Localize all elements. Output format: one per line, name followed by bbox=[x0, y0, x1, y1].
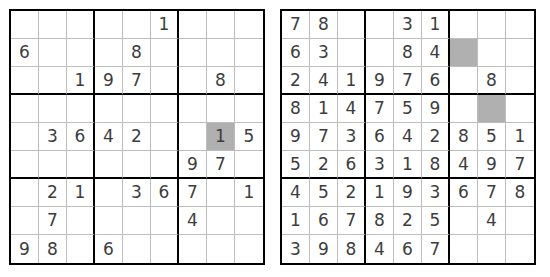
right-cell-r9c3[interactable]: 8 bbox=[338, 235, 366, 263]
right-cell-r3c8[interactable]: 8 bbox=[478, 67, 506, 95]
left-cell-r7c5[interactable]: 3 bbox=[123, 179, 151, 207]
right-cell-r7c1[interactable]: 4 bbox=[282, 179, 310, 207]
right-cell-r1c7[interactable] bbox=[450, 11, 478, 39]
left-cell-r5c5[interactable]: 2 bbox=[123, 123, 151, 151]
left-cell-r9c2[interactable]: 8 bbox=[39, 235, 67, 263]
right-cell-r1c6[interactable]: 1 bbox=[422, 11, 450, 39]
right-cell-r4c2[interactable]: 1 bbox=[310, 95, 338, 123]
right-cell-r1c4[interactable] bbox=[366, 11, 394, 39]
left-cell-r1c5[interactable] bbox=[123, 11, 151, 39]
right-cell-r5c2[interactable]: 7 bbox=[310, 123, 338, 151]
left-cell-r6c9[interactable] bbox=[235, 151, 263, 179]
right-cell-r2c2[interactable]: 3 bbox=[310, 39, 338, 67]
right-cell-r5c8[interactable]: 5 bbox=[478, 123, 506, 151]
right-cell-r6c1[interactable]: 5 bbox=[282, 151, 310, 179]
right-cell-r3c7[interactable] bbox=[450, 67, 478, 95]
right-cell-r3c1[interactable]: 2 bbox=[282, 67, 310, 95]
right-cell-r6c9[interactable]: 7 bbox=[506, 151, 534, 179]
left-cell-r2c6[interactable] bbox=[151, 39, 179, 67]
left-cell-r8c2[interactable]: 7 bbox=[39, 207, 67, 235]
right-cell-r9c8[interactable] bbox=[478, 235, 506, 263]
right-cell-r4c4[interactable]: 7 bbox=[366, 95, 394, 123]
left-cell-r1c3[interactable] bbox=[67, 11, 95, 39]
right-cell-r4c6[interactable]: 9 bbox=[422, 95, 450, 123]
left-cell-r7c8[interactable] bbox=[207, 179, 235, 207]
left-cell-r9c5[interactable] bbox=[123, 235, 151, 263]
right-cell-r4c1[interactable]: 8 bbox=[282, 95, 310, 123]
left-cell-r9c4[interactable]: 6 bbox=[95, 235, 123, 263]
right-cell-r1c8[interactable] bbox=[478, 11, 506, 39]
left-cell-r8c1[interactable] bbox=[11, 207, 39, 235]
left-cell-r7c7[interactable]: 7 bbox=[179, 179, 207, 207]
right-cell-r7c4[interactable]: 1 bbox=[366, 179, 394, 207]
left-cell-r1c6[interactable]: 1 bbox=[151, 11, 179, 39]
left-cell-r2c8[interactable] bbox=[207, 39, 235, 67]
left-cell-r5c4[interactable]: 4 bbox=[95, 123, 123, 151]
right-cell-r7c3[interactable]: 2 bbox=[338, 179, 366, 207]
left-cell-r8c8[interactable] bbox=[207, 207, 235, 235]
right-cell-r8c9[interactable] bbox=[506, 207, 534, 235]
left-cell-r5c8[interactable]: 1 bbox=[207, 123, 235, 151]
left-cell-r3c9[interactable] bbox=[235, 67, 263, 95]
left-cell-r6c3[interactable] bbox=[67, 151, 95, 179]
right-cell-r1c3[interactable] bbox=[338, 11, 366, 39]
right-cell-r3c5[interactable]: 7 bbox=[394, 67, 422, 95]
right-cell-r6c8[interactable]: 9 bbox=[478, 151, 506, 179]
right-cell-r5c5[interactable]: 4 bbox=[394, 123, 422, 151]
right-cell-r2c9[interactable] bbox=[506, 39, 534, 67]
right-cell-r2c1[interactable]: 6 bbox=[282, 39, 310, 67]
right-cell-r8c8[interactable]: 4 bbox=[478, 207, 506, 235]
left-cell-r9c8[interactable] bbox=[207, 235, 235, 263]
left-cell-r2c4[interactable] bbox=[95, 39, 123, 67]
left-cell-r4c9[interactable] bbox=[235, 95, 263, 123]
left-cell-r1c8[interactable] bbox=[207, 11, 235, 39]
left-cell-r8c9[interactable] bbox=[235, 207, 263, 235]
left-cell-r2c7[interactable] bbox=[179, 39, 207, 67]
right-cell-r7c8[interactable]: 7 bbox=[478, 179, 506, 207]
right-cell-r3c6[interactable]: 6 bbox=[422, 67, 450, 95]
left-cell-r7c4[interactable] bbox=[95, 179, 123, 207]
left-cell-r4c3[interactable] bbox=[67, 95, 95, 123]
right-cell-r1c5[interactable]: 3 bbox=[394, 11, 422, 39]
right-cell-r7c7[interactable]: 6 bbox=[450, 179, 478, 207]
right-cell-r6c3[interactable]: 6 bbox=[338, 151, 366, 179]
right-cell-r6c4[interactable]: 3 bbox=[366, 151, 394, 179]
right-cell-r2c5[interactable]: 8 bbox=[394, 39, 422, 67]
right-cell-r1c9[interactable] bbox=[506, 11, 534, 39]
left-cell-r7c9[interactable]: 1 bbox=[235, 179, 263, 207]
right-cell-r2c3[interactable] bbox=[338, 39, 366, 67]
left-cell-r3c4[interactable]: 9 bbox=[95, 67, 123, 95]
right-cell-r3c3[interactable]: 1 bbox=[338, 67, 366, 95]
right-cell-r7c5[interactable]: 9 bbox=[394, 179, 422, 207]
right-cell-r5c7[interactable]: 8 bbox=[450, 123, 478, 151]
right-cell-r9c9[interactable] bbox=[506, 235, 534, 263]
left-cell-r7c6[interactable]: 6 bbox=[151, 179, 179, 207]
right-cell-r2c7[interactable] bbox=[450, 39, 478, 67]
right-cell-r3c9[interactable] bbox=[506, 67, 534, 95]
left-cell-r5c1[interactable] bbox=[11, 123, 39, 151]
left-cell-r7c3[interactable]: 1 bbox=[67, 179, 95, 207]
left-cell-r4c4[interactable] bbox=[95, 95, 123, 123]
right-cell-r8c6[interactable]: 5 bbox=[422, 207, 450, 235]
left-cell-r1c2[interactable] bbox=[39, 11, 67, 39]
right-cell-r9c2[interactable]: 9 bbox=[310, 235, 338, 263]
right-cell-r7c6[interactable]: 3 bbox=[422, 179, 450, 207]
right-cell-r9c6[interactable]: 7 bbox=[422, 235, 450, 263]
left-cell-r3c8[interactable]: 8 bbox=[207, 67, 235, 95]
left-cell-r8c4[interactable] bbox=[95, 207, 123, 235]
left-cell-r4c2[interactable] bbox=[39, 95, 67, 123]
left-cell-r4c8[interactable] bbox=[207, 95, 235, 123]
left-cell-r4c5[interactable] bbox=[123, 95, 151, 123]
sudoku-board-right: 7831638424197688147599736428515263184974… bbox=[280, 9, 536, 265]
right-cell-r2c8[interactable] bbox=[478, 39, 506, 67]
left-cell-r5c3[interactable]: 6 bbox=[67, 123, 95, 151]
left-cell-r9c9[interactable] bbox=[235, 235, 263, 263]
right-cell-r8c5[interactable]: 2 bbox=[394, 207, 422, 235]
right-cell-r6c5[interactable]: 1 bbox=[394, 151, 422, 179]
left-cell-r2c5[interactable]: 8 bbox=[123, 39, 151, 67]
left-cell-r4c1[interactable] bbox=[11, 95, 39, 123]
left-cell-r4c7[interactable] bbox=[179, 95, 207, 123]
left-cell-r3c2[interactable] bbox=[39, 67, 67, 95]
right-cell-r5c3[interactable]: 3 bbox=[338, 123, 366, 151]
right-cell-r4c5[interactable]: 5 bbox=[394, 95, 422, 123]
right-cell-r8c1[interactable]: 1 bbox=[282, 207, 310, 235]
left-cell-r9c3[interactable] bbox=[67, 235, 95, 263]
right-cell-r9c4[interactable]: 4 bbox=[366, 235, 394, 263]
left-cell-r6c2[interactable] bbox=[39, 151, 67, 179]
left-cell-r9c7[interactable] bbox=[179, 235, 207, 263]
left-cell-r6c6[interactable] bbox=[151, 151, 179, 179]
left-cell-r3c6[interactable] bbox=[151, 67, 179, 95]
left-cell-r3c5[interactable]: 7 bbox=[123, 67, 151, 95]
left-cell-r6c7[interactable]: 9 bbox=[179, 151, 207, 179]
right-cell-r5c4[interactable]: 6 bbox=[366, 123, 394, 151]
left-cell-r5c9[interactable]: 5 bbox=[235, 123, 263, 151]
right-cell-r9c1[interactable]: 3 bbox=[282, 235, 310, 263]
left-cell-r6c5[interactable] bbox=[123, 151, 151, 179]
left-cell-r5c7[interactable] bbox=[179, 123, 207, 151]
left-cell-r1c7[interactable] bbox=[179, 11, 207, 39]
left-cell-r9c6[interactable] bbox=[151, 235, 179, 263]
right-cell-r1c2[interactable]: 8 bbox=[310, 11, 338, 39]
left-cell-r8c5[interactable] bbox=[123, 207, 151, 235]
right-cell-r5c1[interactable]: 9 bbox=[282, 123, 310, 151]
right-cell-r5c6[interactable]: 2 bbox=[422, 123, 450, 151]
left-cell-r6c8[interactable]: 7 bbox=[207, 151, 235, 179]
right-cell-r8c4[interactable]: 8 bbox=[366, 207, 394, 235]
left-cell-r3c3[interactable]: 1 bbox=[67, 67, 95, 95]
left-cell-r2c9[interactable] bbox=[235, 39, 263, 67]
left-cell-r2c2[interactable] bbox=[39, 39, 67, 67]
left-cell-r3c1[interactable] bbox=[11, 67, 39, 95]
left-cell-r9c1[interactable]: 9 bbox=[11, 235, 39, 263]
right-cell-r8c3[interactable]: 7 bbox=[338, 207, 366, 235]
left-cell-r1c1[interactable] bbox=[11, 11, 39, 39]
left-cell-r8c7[interactable]: 4 bbox=[179, 207, 207, 235]
left-cell-r2c1[interactable]: 6 bbox=[11, 39, 39, 67]
left-cell-r7c2[interactable]: 2 bbox=[39, 179, 67, 207]
right-cell-r5c9[interactable]: 1 bbox=[506, 123, 534, 151]
right-cell-r8c2[interactable]: 6 bbox=[310, 207, 338, 235]
right-cell-r7c9[interactable]: 8 bbox=[506, 179, 534, 207]
right-cell-r2c4[interactable] bbox=[366, 39, 394, 67]
left-cell-r5c2[interactable]: 3 bbox=[39, 123, 67, 151]
right-cell-r4c9[interactable] bbox=[506, 95, 534, 123]
right-cell-r9c5[interactable]: 6 bbox=[394, 235, 422, 263]
right-cell-r7c2[interactable]: 5 bbox=[310, 179, 338, 207]
left-cell-r1c4[interactable] bbox=[95, 11, 123, 39]
left-cell-r4c6[interactable] bbox=[151, 95, 179, 123]
right-cell-r3c4[interactable]: 9 bbox=[366, 67, 394, 95]
right-cell-r9c7[interactable] bbox=[450, 235, 478, 263]
sudoku-board-left: 16819783642159721367174986 bbox=[9, 9, 265, 265]
right-cell-r3c2[interactable]: 4 bbox=[310, 67, 338, 95]
left-cell-r3c7[interactable] bbox=[179, 67, 207, 95]
left-cell-r8c6[interactable] bbox=[151, 207, 179, 235]
right-cell-r8c7[interactable] bbox=[450, 207, 478, 235]
right-cell-r4c7[interactable] bbox=[450, 95, 478, 123]
left-cell-r5c6[interactable] bbox=[151, 123, 179, 151]
right-cell-r6c6[interactable]: 8 bbox=[422, 151, 450, 179]
right-cell-r1c1[interactable]: 7 bbox=[282, 11, 310, 39]
right-cell-r6c7[interactable]: 4 bbox=[450, 151, 478, 179]
right-cell-r4c8[interactable] bbox=[478, 95, 506, 123]
right-cell-r4c3[interactable]: 4 bbox=[338, 95, 366, 123]
right-cell-r2c6[interactable]: 4 bbox=[422, 39, 450, 67]
left-cell-r6c1[interactable] bbox=[11, 151, 39, 179]
right-cell-r6c2[interactable]: 2 bbox=[310, 151, 338, 179]
left-cell-r2c3[interactable] bbox=[67, 39, 95, 67]
left-cell-r1c9[interactable] bbox=[235, 11, 263, 39]
left-cell-r8c3[interactable] bbox=[67, 207, 95, 235]
left-cell-r6c4[interactable] bbox=[95, 151, 123, 179]
left-cell-r7c1[interactable] bbox=[11, 179, 39, 207]
